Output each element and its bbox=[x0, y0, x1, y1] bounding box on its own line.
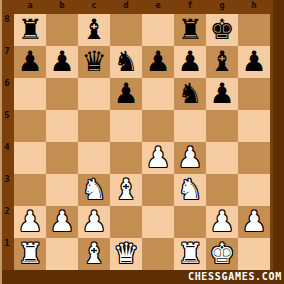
square-a2[interactable]: ♟ bbox=[14, 206, 46, 238]
square-c3[interactable]: ♞ bbox=[78, 174, 110, 206]
piece-black-rook: ♜ bbox=[174, 14, 206, 46]
square-g1[interactable]: ♚ bbox=[206, 238, 238, 270]
piece-white-pawn: ♟ bbox=[46, 206, 78, 238]
square-h3[interactable] bbox=[238, 174, 270, 206]
file-label-e: e bbox=[142, 0, 174, 14]
piece-white-queen: ♛ bbox=[110, 238, 142, 270]
piece-white-pawn: ♟ bbox=[78, 206, 110, 238]
piece-white-pawn: ♟ bbox=[142, 142, 174, 174]
piece-black-bishop: ♝ bbox=[78, 14, 110, 46]
piece-black-knight: ♞ bbox=[174, 78, 206, 110]
square-h7[interactable]: ♟ bbox=[238, 46, 270, 78]
square-c8[interactable]: ♝ bbox=[78, 14, 110, 46]
square-g6[interactable]: ♟ bbox=[206, 78, 238, 110]
piece-white-knight: ♞ bbox=[174, 174, 206, 206]
piece-white-knight: ♞ bbox=[78, 174, 110, 206]
piece-black-rook: ♜ bbox=[14, 14, 46, 46]
square-b3[interactable] bbox=[46, 174, 78, 206]
square-h8[interactable] bbox=[238, 14, 270, 46]
square-b4[interactable] bbox=[46, 142, 78, 174]
piece-white-pawn: ♟ bbox=[206, 206, 238, 238]
piece-black-pawn: ♟ bbox=[174, 46, 206, 78]
square-d6[interactable]: ♟ bbox=[110, 78, 142, 110]
square-b7[interactable]: ♟ bbox=[46, 46, 78, 78]
square-g7[interactable]: ♝ bbox=[206, 46, 238, 78]
piece-white-king: ♚ bbox=[206, 238, 238, 270]
file-label-g: g bbox=[206, 0, 238, 14]
piece-black-knight: ♞ bbox=[110, 46, 142, 78]
square-c5[interactable] bbox=[78, 110, 110, 142]
piece-black-pawn: ♟ bbox=[142, 46, 174, 78]
square-g2[interactable]: ♟ bbox=[206, 206, 238, 238]
piece-black-pawn: ♟ bbox=[14, 46, 46, 78]
square-e6[interactable] bbox=[142, 78, 174, 110]
square-a1[interactable]: ♜ bbox=[14, 238, 46, 270]
piece-white-pawn: ♟ bbox=[238, 206, 270, 238]
rank-label-7: 7 bbox=[0, 46, 14, 78]
piece-white-bishop: ♝ bbox=[78, 238, 110, 270]
square-g8[interactable]: ♚ bbox=[206, 14, 238, 46]
rank-label-3: 3 bbox=[0, 174, 14, 206]
square-f3[interactable]: ♞ bbox=[174, 174, 206, 206]
square-h5[interactable] bbox=[238, 110, 270, 142]
rank-label-8: 8 bbox=[0, 14, 14, 46]
rank-label-5: 5 bbox=[0, 110, 14, 142]
square-h6[interactable] bbox=[238, 78, 270, 110]
square-e8[interactable] bbox=[142, 14, 174, 46]
piece-white-pawn: ♟ bbox=[174, 142, 206, 174]
square-d4[interactable] bbox=[110, 142, 142, 174]
square-d2[interactable] bbox=[110, 206, 142, 238]
piece-black-queen: ♛ bbox=[78, 46, 110, 78]
square-a6[interactable] bbox=[14, 78, 46, 110]
piece-black-pawn: ♟ bbox=[238, 46, 270, 78]
square-a3[interactable] bbox=[14, 174, 46, 206]
square-d8[interactable] bbox=[110, 14, 142, 46]
square-f5[interactable] bbox=[174, 110, 206, 142]
rank-label-1: 1 bbox=[0, 238, 14, 270]
square-c6[interactable] bbox=[78, 78, 110, 110]
piece-black-king: ♚ bbox=[206, 14, 238, 46]
square-f6[interactable]: ♞ bbox=[174, 78, 206, 110]
square-g4[interactable] bbox=[206, 142, 238, 174]
square-d1[interactable]: ♛ bbox=[110, 238, 142, 270]
square-a7[interactable]: ♟ bbox=[14, 46, 46, 78]
square-e2[interactable] bbox=[142, 206, 174, 238]
square-a4[interactable] bbox=[14, 142, 46, 174]
square-c2[interactable]: ♟ bbox=[78, 206, 110, 238]
square-f1[interactable]: ♜ bbox=[174, 238, 206, 270]
square-e4[interactable]: ♟ bbox=[142, 142, 174, 174]
rank-label-4: 4 bbox=[0, 142, 14, 174]
square-f8[interactable]: ♜ bbox=[174, 14, 206, 46]
border-shade-right bbox=[273, 0, 284, 284]
piece-black-pawn: ♟ bbox=[110, 78, 142, 110]
square-c7[interactable]: ♛ bbox=[78, 46, 110, 78]
square-a8[interactable]: ♜ bbox=[14, 14, 46, 46]
chess-diagram: ♜♝♜♚♟♟♛♞♟♟♝♟♟♞♟♟♟♞♝♞♟♟♟♟♟♜♝♛♜♚ abcdefgh … bbox=[0, 0, 284, 284]
piece-black-pawn: ♟ bbox=[206, 78, 238, 110]
file-label-f: f bbox=[174, 0, 206, 14]
square-b8[interactable] bbox=[46, 14, 78, 46]
square-g3[interactable] bbox=[206, 174, 238, 206]
square-c1[interactable]: ♝ bbox=[78, 238, 110, 270]
file-label-a: a bbox=[14, 0, 46, 14]
file-label-c: c bbox=[78, 0, 110, 14]
rank-label-2: 2 bbox=[0, 206, 14, 238]
square-a5[interactable] bbox=[14, 110, 46, 142]
piece-white-rook: ♜ bbox=[174, 238, 206, 270]
square-h2[interactable]: ♟ bbox=[238, 206, 270, 238]
square-f7[interactable]: ♟ bbox=[174, 46, 206, 78]
file-label-d: d bbox=[110, 0, 142, 14]
piece-white-bishop: ♝ bbox=[110, 174, 142, 206]
square-e1[interactable] bbox=[142, 238, 174, 270]
square-b1[interactable] bbox=[46, 238, 78, 270]
square-d7[interactable]: ♞ bbox=[110, 46, 142, 78]
square-b5[interactable] bbox=[46, 110, 78, 142]
square-h4[interactable] bbox=[238, 142, 270, 174]
chessgames-watermark: CHESSGAMES.COM bbox=[188, 271, 282, 282]
chess-board: ♜♝♜♚♟♟♛♞♟♟♝♟♟♞♟♟♟♞♝♞♟♟♟♟♟♜♝♛♜♚ bbox=[14, 14, 270, 270]
rank-label-6: 6 bbox=[0, 78, 14, 110]
square-d5[interactable] bbox=[110, 110, 142, 142]
file-label-h: h bbox=[238, 0, 270, 14]
piece-white-pawn: ♟ bbox=[14, 206, 46, 238]
square-h1[interactable] bbox=[238, 238, 270, 270]
square-e3[interactable] bbox=[142, 174, 174, 206]
square-c4[interactable] bbox=[78, 142, 110, 174]
piece-black-bishop: ♝ bbox=[206, 46, 238, 78]
square-e5[interactable] bbox=[142, 110, 174, 142]
square-b2[interactable]: ♟ bbox=[46, 206, 78, 238]
square-f2[interactable] bbox=[174, 206, 206, 238]
square-f4[interactable]: ♟ bbox=[174, 142, 206, 174]
piece-black-pawn: ♟ bbox=[46, 46, 78, 78]
square-g5[interactable] bbox=[206, 110, 238, 142]
file-label-b: b bbox=[46, 0, 78, 14]
square-b6[interactable] bbox=[46, 78, 78, 110]
square-e7[interactable]: ♟ bbox=[142, 46, 174, 78]
square-d3[interactable]: ♝ bbox=[110, 174, 142, 206]
piece-white-rook: ♜ bbox=[14, 238, 46, 270]
